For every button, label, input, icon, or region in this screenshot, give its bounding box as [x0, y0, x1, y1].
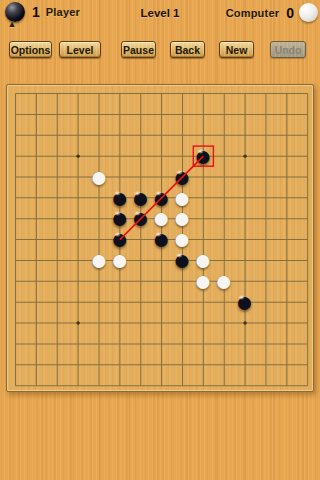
options-button[interactable]: Options — [9, 41, 52, 58]
toolbar: Options Level Pause Back New Undo — [0, 0, 320, 70]
undo-button: Undo — [270, 41, 306, 58]
new-button[interactable]: New — [219, 41, 254, 58]
board-grid: ●●●●●●●●●●●●●●●●●●●●● — [7, 85, 313, 391]
back-button[interactable]: Back — [170, 41, 205, 58]
white-stone: ● — [107, 247, 133, 273]
white-stone: ● — [211, 268, 237, 294]
level-button[interactable]: Level — [59, 41, 101, 58]
stones-layer: ●●●●●●●●●●●●●●●●●●●●● — [7, 85, 313, 391]
board[interactable]: ●●●●●●●●●●●●●●●●●●●●● — [6, 84, 314, 392]
white-stone: ● — [86, 164, 112, 190]
pause-button[interactable]: Pause — [121, 41, 156, 58]
